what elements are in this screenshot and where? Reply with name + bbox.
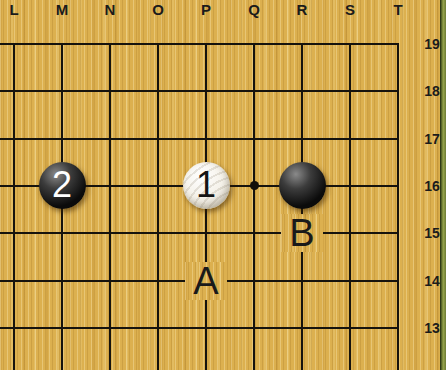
grid-hline-15	[0, 232, 399, 234]
grid-hline-19	[0, 43, 399, 45]
grid-vline-Q	[253, 43, 255, 370]
stone-black-M16[interactable]: 2	[39, 162, 86, 209]
grid-vline-S	[349, 43, 351, 370]
column-label-P: P	[201, 2, 211, 18]
column-label-Q: Q	[248, 2, 260, 18]
grid-hline-13	[0, 327, 399, 329]
go-board[interactable]: 19181716151413LMNOPQRST AB 12	[0, 0, 446, 370]
column-label-M: M	[56, 2, 69, 18]
mark-B-R15[interactable]: B	[281, 214, 323, 252]
grid-vline-T	[397, 43, 399, 370]
stone-black-R16[interactable]	[279, 162, 326, 209]
grid-hline-17	[0, 138, 399, 140]
column-label-T: T	[393, 2, 402, 18]
grid-vline-L	[13, 43, 15, 370]
column-label-O: O	[152, 2, 164, 18]
stone-move-number: 2	[52, 167, 72, 203]
grid-vline-N	[109, 43, 111, 370]
mark-A-P14[interactable]: A	[185, 262, 227, 300]
column-label-N: N	[105, 2, 116, 18]
grid-vline-O	[157, 43, 159, 370]
star-point-Q16	[250, 181, 259, 190]
board-edge	[440, 0, 446, 370]
column-label-R: R	[297, 2, 308, 18]
stone-move-number: 1	[196, 167, 216, 203]
column-label-L: L	[9, 2, 18, 18]
stone-white-P16[interactable]: 1	[183, 162, 230, 209]
grid-hline-18	[0, 90, 399, 92]
column-label-S: S	[345, 2, 355, 18]
